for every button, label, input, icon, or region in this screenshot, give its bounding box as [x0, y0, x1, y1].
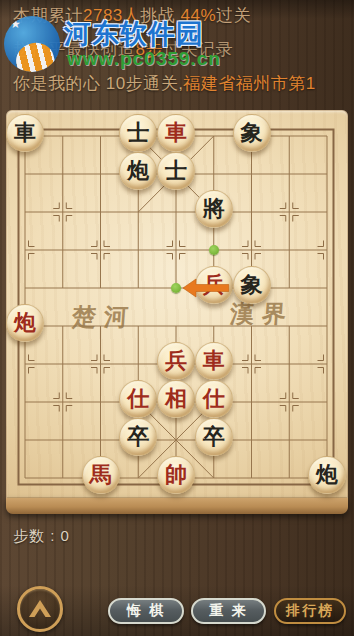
xiangqi-piece-red[interactable]: 仕 — [195, 380, 233, 418]
xiangqi-piece-black[interactable]: 卒 — [195, 418, 233, 456]
watermark-site-name: 河东软件园 — [64, 16, 204, 52]
xiangqi-piece-red[interactable]: 相 — [157, 380, 195, 418]
board-front-edge — [6, 498, 348, 514]
river-label-left: 楚河 — [71, 301, 137, 333]
move-hint-dot[interactable] — [171, 283, 181, 293]
xiangqi-piece-black[interactable]: 士 — [119, 114, 157, 152]
restart-button[interactable]: 重 来 — [191, 598, 266, 624]
xiangqi-piece-black[interactable]: 炮 — [308, 456, 346, 494]
river-label-right: 漢界 — [229, 298, 295, 330]
app-screen: 本期累计2783人挑战 44%过关 赵根平最快创造8步过关记录 你是我的心 10… — [0, 0, 354, 636]
xiangqi-piece-black[interactable]: 卒 — [119, 418, 157, 456]
stats-line-level: 你是我的心 10步通关,福建省福州市第1 — [13, 72, 316, 95]
watermark-site-url: www.pc0359.cn — [67, 48, 221, 70]
xiangqi-piece-black[interactable]: 將 — [195, 190, 233, 228]
leaderboard-button[interactable]: 排行榜 — [274, 598, 346, 624]
xiangqi-piece-red[interactable]: 車 — [195, 342, 233, 380]
xiangqi-piece-red[interactable]: 帥 — [157, 456, 195, 494]
xiangqi-piece-black[interactable]: 車 — [6, 114, 44, 152]
xiangqi-board[interactable]: 楚河 漢界 車士車象炮士將兵象炮兵車仕相仕卒卒馬帥炮 — [6, 110, 348, 498]
xiangqi-piece-red[interactable]: 炮 — [6, 304, 44, 342]
xiangqi-piece-black[interactable]: 士 — [157, 152, 195, 190]
xiangqi-piece-red[interactable]: 仕 — [119, 380, 157, 418]
xiangqi-piece-black[interactable]: 象 — [233, 114, 271, 152]
xiangqi-piece-red[interactable]: 兵 — [195, 266, 233, 304]
xiangqi-piece-red[interactable]: 馬 — [82, 456, 120, 494]
xiangqi-piece-red[interactable]: 兵 — [157, 342, 195, 380]
xiangqi-piece-red[interactable]: 車 — [157, 114, 195, 152]
step-counter: 步数 : 0 — [13, 527, 70, 546]
undo-move-button[interactable]: 悔 棋 — [108, 598, 184, 624]
move-hint-dot[interactable] — [209, 245, 219, 255]
chevron-up-icon — [26, 596, 54, 622]
watermark-logo-icon: ★ — [4, 16, 60, 72]
xiangqi-piece-black[interactable]: 炮 — [119, 152, 157, 190]
xiangqi-piece-black[interactable]: 象 — [233, 266, 271, 304]
expand-up-button[interactable] — [17, 586, 63, 632]
